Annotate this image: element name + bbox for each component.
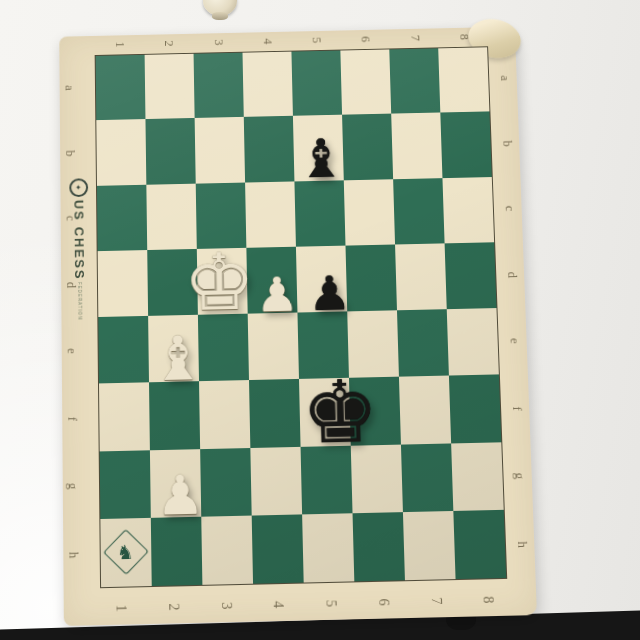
square-d7[interactable] bbox=[395, 243, 447, 310]
square-g4[interactable] bbox=[250, 446, 302, 515]
us-chess-logo: ✦ US CHESS FEDERATION bbox=[63, 178, 94, 321]
offboard-piece-neck bbox=[212, 12, 228, 20]
square-d4[interactable] bbox=[246, 246, 297, 313]
square-f6[interactable] bbox=[349, 377, 401, 445]
chess-board: 12345678 12345678 abcdefgh abcdefgh ✦ US… bbox=[59, 27, 537, 626]
square-b5[interactable] bbox=[293, 115, 344, 181]
square-e5[interactable] bbox=[297, 311, 349, 379]
square-e3[interactable] bbox=[198, 314, 249, 382]
square-e4[interactable] bbox=[248, 313, 299, 381]
square-c1[interactable] bbox=[97, 184, 147, 251]
square-d6[interactable] bbox=[345, 244, 396, 311]
square-a6[interactable] bbox=[340, 49, 391, 114]
us-chess-logo-text: US CHESS bbox=[71, 200, 87, 281]
square-a1[interactable] bbox=[96, 55, 146, 121]
square-d3[interactable] bbox=[197, 248, 248, 315]
square-f2[interactable] bbox=[149, 381, 200, 449]
square-d1[interactable] bbox=[98, 250, 148, 317]
square-c2[interactable] bbox=[146, 183, 196, 250]
square-e2[interactable] bbox=[148, 315, 199, 383]
square-g6[interactable] bbox=[351, 444, 403, 513]
file-label-left-g: g bbox=[38, 478, 106, 495]
square-c5[interactable] bbox=[294, 180, 345, 247]
rank-labels-bottom: 12345678 bbox=[94, 586, 514, 622]
us-chess-logo-subtext: FEDERATION bbox=[77, 282, 82, 320]
square-h5[interactable] bbox=[302, 513, 354, 583]
square-g5[interactable] bbox=[301, 445, 353, 514]
square-a7[interactable] bbox=[389, 48, 440, 113]
square-c8[interactable] bbox=[442, 177, 494, 244]
square-a5[interactable] bbox=[291, 51, 342, 116]
square-e7[interactable] bbox=[397, 309, 449, 377]
square-g2[interactable] bbox=[150, 449, 201, 518]
file-label-left-a: a bbox=[36, 80, 102, 96]
table-background: 12345678 12345678 abcdefgh abcdefgh ✦ US… bbox=[0, 0, 640, 640]
square-b2[interactable] bbox=[145, 118, 195, 184]
square-d8[interactable] bbox=[445, 242, 497, 309]
file-labels-left: abcdefgh bbox=[61, 55, 80, 589]
square-b4[interactable] bbox=[244, 116, 295, 182]
corner-knight-emblem-icon: ♞ bbox=[100, 518, 151, 588]
square-b6[interactable] bbox=[342, 114, 393, 180]
file-label-left-f: f bbox=[38, 410, 106, 427]
square-h2[interactable] bbox=[151, 516, 203, 586]
square-f3[interactable] bbox=[199, 380, 250, 448]
square-h8[interactable] bbox=[453, 510, 506, 579]
square-g3[interactable] bbox=[200, 448, 252, 517]
square-d2[interactable] bbox=[147, 249, 198, 316]
square-c6[interactable] bbox=[344, 179, 395, 246]
square-h3[interactable] bbox=[201, 515, 253, 585]
square-f4[interactable] bbox=[249, 379, 301, 447]
square-a2[interactable] bbox=[145, 54, 195, 120]
square-b7[interactable] bbox=[391, 113, 442, 179]
square-h7[interactable] bbox=[403, 511, 456, 581]
file-label-left-b: b bbox=[36, 145, 103, 161]
square-b1[interactable] bbox=[96, 119, 146, 185]
square-c7[interactable] bbox=[393, 178, 444, 245]
square-f5[interactable] bbox=[299, 378, 351, 446]
square-g1[interactable] bbox=[100, 450, 151, 519]
offboard-white-piece bbox=[203, 0, 239, 18]
square-g7[interactable] bbox=[401, 443, 453, 512]
file-label-left-h: h bbox=[39, 546, 107, 563]
square-e1[interactable] bbox=[98, 316, 149, 384]
square-h1[interactable]: ♞ bbox=[100, 518, 151, 588]
square-f1[interactable] bbox=[99, 383, 150, 451]
file-label-left-e: e bbox=[37, 343, 105, 359]
board-grid: ♞ bbox=[95, 46, 508, 588]
square-d5[interactable] bbox=[296, 245, 347, 312]
square-g8[interactable] bbox=[451, 442, 504, 511]
square-c3[interactable] bbox=[196, 182, 247, 249]
square-a8[interactable] bbox=[438, 47, 489, 112]
square-a3[interactable] bbox=[194, 53, 244, 119]
square-b3[interactable] bbox=[195, 117, 245, 183]
square-f8[interactable] bbox=[449, 375, 501, 443]
square-a4[interactable] bbox=[243, 52, 293, 117]
square-e6[interactable] bbox=[347, 310, 399, 378]
square-e8[interactable] bbox=[447, 308, 499, 376]
square-c4[interactable] bbox=[245, 181, 296, 248]
square-h4[interactable] bbox=[252, 514, 304, 584]
square-b8[interactable] bbox=[440, 112, 491, 178]
square-f7[interactable] bbox=[399, 376, 451, 444]
us-chess-emblem-icon: ✦ bbox=[69, 178, 88, 197]
square-h6[interactable] bbox=[353, 512, 405, 582]
